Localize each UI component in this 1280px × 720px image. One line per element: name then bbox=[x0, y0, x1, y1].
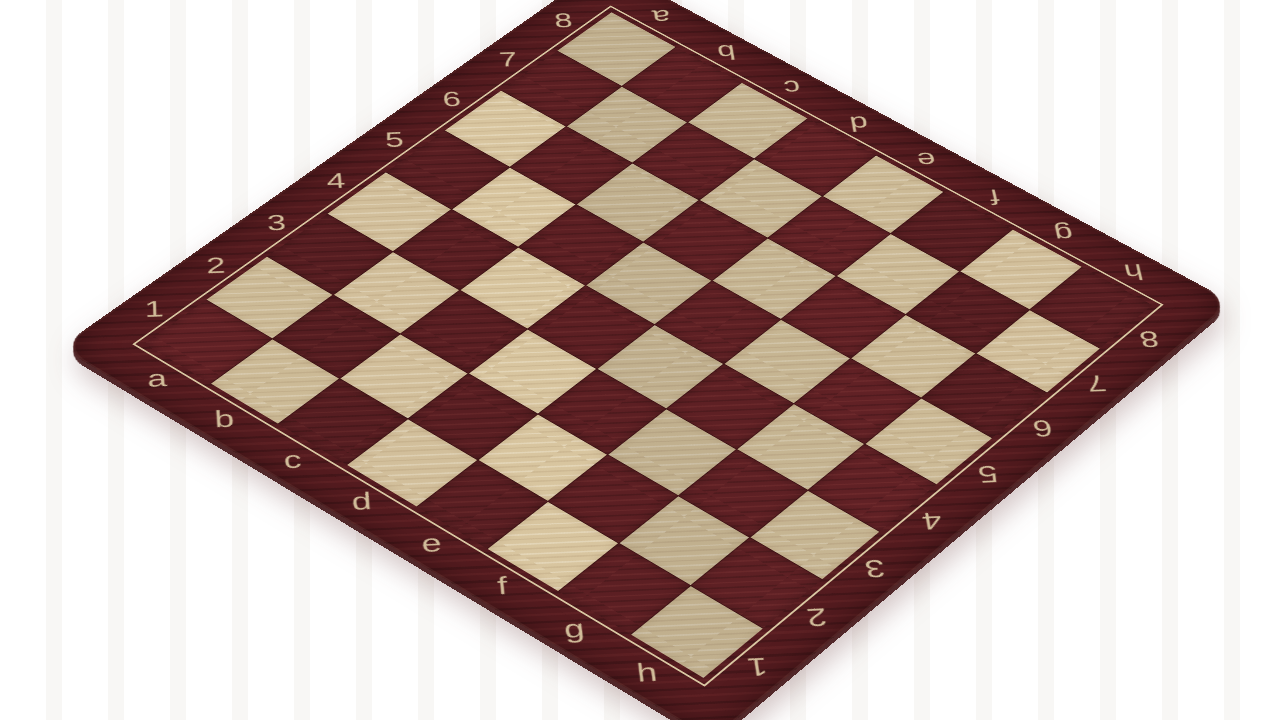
rank-label-left-8-glyph: 8 bbox=[553, 10, 574, 31]
file-label-bottom-c-glyph: c bbox=[283, 447, 302, 472]
file-label-bottom-b-glyph: b bbox=[214, 407, 235, 431]
rank-label-left-3-glyph: 3 bbox=[266, 211, 286, 233]
file-label-top-e-glyph: e bbox=[915, 149, 937, 171]
board-frame: 1122334455667788aabbccddeeffgghh bbox=[60, 0, 1232, 720]
rank-label-right-8-glyph: 8 bbox=[1137, 328, 1161, 351]
file-label-top-h-glyph: h bbox=[1122, 261, 1145, 284]
rank-label-right-7-glyph: 7 bbox=[1085, 372, 1109, 396]
rank-label-right-1-glyph: 1 bbox=[746, 654, 770, 680]
product-photo-background: 1122334455667788aabbccddeeffgghh bbox=[0, 0, 1280, 720]
rank-label-left-1-glyph: 1 bbox=[144, 297, 164, 320]
rank-label-right-3-glyph: 3 bbox=[863, 556, 887, 581]
rank-label-right-2-glyph: 2 bbox=[805, 605, 829, 631]
rank-label-left-5-glyph: 5 bbox=[384, 129, 404, 151]
rank-label-left-2-glyph: 2 bbox=[206, 254, 226, 277]
file-label-bottom-e-glyph: e bbox=[420, 530, 442, 555]
rank-label-left-6-glyph: 6 bbox=[441, 88, 462, 109]
board-3d-projection: 1122334455667788aabbccddeeffgghh bbox=[60, 0, 1232, 720]
board-squares bbox=[144, 12, 1152, 678]
file-label-top-g-glyph: g bbox=[1052, 223, 1075, 245]
file-label-bottom-f-glyph: f bbox=[496, 573, 509, 598]
rank-label-left-7-glyph: 7 bbox=[498, 49, 519, 70]
file-label-top-a-glyph: a bbox=[651, 7, 672, 27]
file-label-top-d-glyph: d bbox=[848, 113, 870, 134]
file-label-bottom-d-glyph: d bbox=[351, 489, 373, 514]
chessboard: 1122334455667788aabbccddeeffgghh bbox=[0, 0, 1280, 720]
file-label-top-c-glyph: c bbox=[782, 77, 802, 98]
file-label-bottom-a-glyph: a bbox=[147, 366, 168, 390]
file-label-top-f-glyph: f bbox=[988, 186, 1002, 208]
file-label-top-b-glyph: b bbox=[716, 42, 737, 63]
rank-label-left-4-glyph: 4 bbox=[326, 170, 346, 192]
file-label-bottom-g-glyph: g bbox=[563, 616, 586, 642]
rank-label-right-5-glyph: 5 bbox=[976, 462, 1000, 486]
rank-label-right-4-glyph: 4 bbox=[920, 509, 944, 534]
file-label-bottom-h-glyph: h bbox=[635, 659, 659, 686]
rank-label-right-6-glyph: 6 bbox=[1031, 417, 1055, 441]
